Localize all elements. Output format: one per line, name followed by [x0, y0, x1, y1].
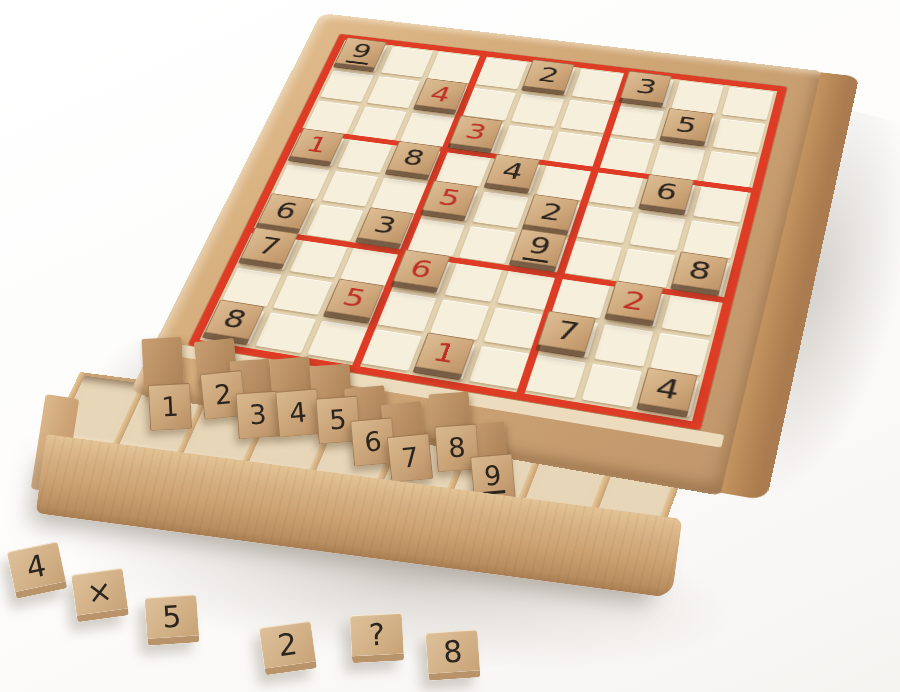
board-tile-r2c8[interactable]: 5: [660, 108, 713, 142]
cell-recess: [722, 87, 774, 120]
loose-tile-multiply[interactable]: ×: [71, 568, 129, 623]
tile-glyph: 8: [442, 636, 463, 667]
tile-digit: 1: [161, 392, 180, 421]
tile-digit: 6: [406, 255, 436, 282]
tile-digit: 5: [328, 405, 347, 434]
tile-digit: 4: [288, 398, 308, 428]
tile-glyph: ×: [85, 575, 114, 608]
loose-tile-8[interactable]: 8: [425, 629, 480, 681]
cell-recess: [511, 94, 564, 127]
drawer-tile-3[interactable]: 3: [235, 391, 280, 440]
tile-digit: 9: [522, 233, 556, 263]
tile-digit: 2: [535, 64, 562, 86]
tile-digit: 5: [673, 113, 699, 137]
tile-digit: 8: [219, 305, 251, 333]
cell-recess: [629, 213, 685, 251]
tile-digit: 9: [345, 40, 377, 64]
tile-digit: 3: [633, 76, 659, 99]
cell-recess: [594, 324, 653, 366]
tile-digit: 8: [400, 146, 428, 170]
tile-digit: 7: [552, 317, 582, 346]
tile-glyph: 2: [276, 628, 299, 660]
product-photo-scene: 923453184652639876257814 123456789 4×52?…: [0, 0, 900, 692]
loose-tile-4[interactable]: 4: [7, 541, 68, 599]
loose-tile-question[interactable]: ?: [350, 613, 404, 664]
tile-digit: 1: [303, 133, 332, 157]
tile-digit: 4: [427, 83, 454, 106]
cell-recess: [712, 119, 765, 153]
tile-digit: 6: [271, 199, 301, 224]
tile-digit: 6: [363, 427, 383, 457]
drawer-tile-7[interactable]: 7: [387, 433, 434, 483]
tile-digit: 3: [370, 213, 400, 239]
cell-recess: [473, 192, 529, 229]
tile-digit: 8: [447, 433, 466, 462]
tile-glyph: 4: [24, 550, 49, 583]
cell-recess: [381, 47, 433, 78]
board-tile-r6c9[interactable]: 8: [672, 252, 729, 291]
tile-digit: 4: [653, 374, 683, 405]
tile-digit: 3: [462, 120, 490, 143]
board-tile-r4c8[interactable]: 6: [639, 174, 694, 210]
board-tile-r9c9[interactable]: 4: [638, 367, 698, 411]
tile-digit: 5: [339, 284, 370, 312]
tile-digit: 5: [435, 186, 464, 211]
tile-digit: 7: [400, 443, 420, 473]
drawer-tile-1[interactable]: 1: [148, 383, 192, 431]
tile-digit: 1: [429, 339, 460, 368]
tile-digit: 2: [213, 380, 233, 410]
tile-glyph: ?: [368, 619, 385, 650]
tile-digit: 4: [499, 159, 527, 184]
tile-glyph: 5: [161, 601, 182, 632]
cell-recess: [581, 364, 641, 408]
drawer-tile-4[interactable]: 4: [275, 388, 321, 437]
tile-digit: 7: [254, 233, 285, 259]
tile-digit: 9: [481, 461, 505, 495]
tile-digit: 2: [620, 287, 649, 315]
board-tile-r1c7[interactable]: 3: [620, 71, 672, 103]
loose-tile-2[interactable]: 2: [259, 621, 317, 676]
tile-digit: 3: [248, 400, 267, 429]
tile-digit: 6: [653, 179, 680, 204]
tile-digit: 2: [537, 200, 565, 226]
tile-digit: 8: [686, 257, 714, 285]
loose-tile-5[interactable]: 5: [144, 594, 199, 646]
